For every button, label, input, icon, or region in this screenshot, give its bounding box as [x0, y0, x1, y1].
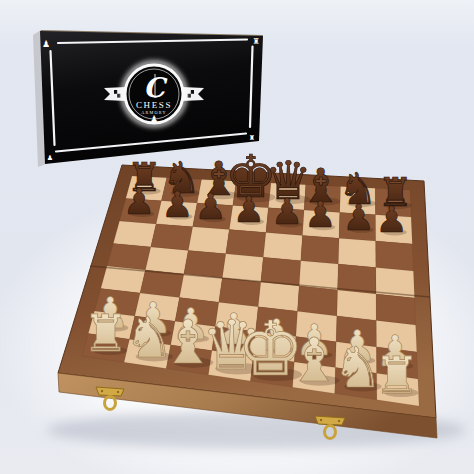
piece-black-pawn-f7: ♟	[304, 194, 336, 235]
square-d5	[222, 254, 263, 282]
square-h4	[376, 294, 416, 325]
square-d6	[226, 230, 266, 258]
square-a5	[107, 244, 151, 271]
square-g4	[337, 290, 376, 320]
square-c6	[188, 227, 229, 254]
square-g6	[338, 238, 376, 267]
square-c5	[184, 250, 226, 278]
piece-black-pawn-b7: ♟	[161, 184, 193, 225]
piece-white-rook-h1: ♜	[374, 345, 420, 405]
square-b6	[151, 224, 193, 251]
piece-white-rook-a1: ♜	[83, 303, 129, 363]
square-b5	[145, 247, 188, 274]
piece-black-pawn-a7: ♟	[123, 181, 155, 222]
piece-black-pawn-e7: ♟	[271, 191, 303, 232]
product-photo: ♟ ♜ ♜ ♟ C CHESS ARMORY ♟	[0, 0, 474, 474]
square-h6	[376, 241, 414, 271]
square-a6	[113, 221, 156, 247]
square-e6	[263, 233, 302, 261]
square-f6	[301, 235, 339, 264]
piece-black-pawn-c7: ♟	[195, 186, 227, 227]
piece-black-pawn-d7: ♟	[233, 189, 265, 230]
piece-black-pawn-h7: ♟	[376, 199, 408, 240]
piece-black-pawn-g7: ♟	[342, 197, 374, 238]
board-graphic: ♜♞♝♚♛♝♞♜♟♟♟♟♟♟♟♟♟♟♟♟♟♟♟♟♜♞♝♛♚♝♞♜	[0, 0, 474, 474]
square-d4	[219, 278, 261, 307]
